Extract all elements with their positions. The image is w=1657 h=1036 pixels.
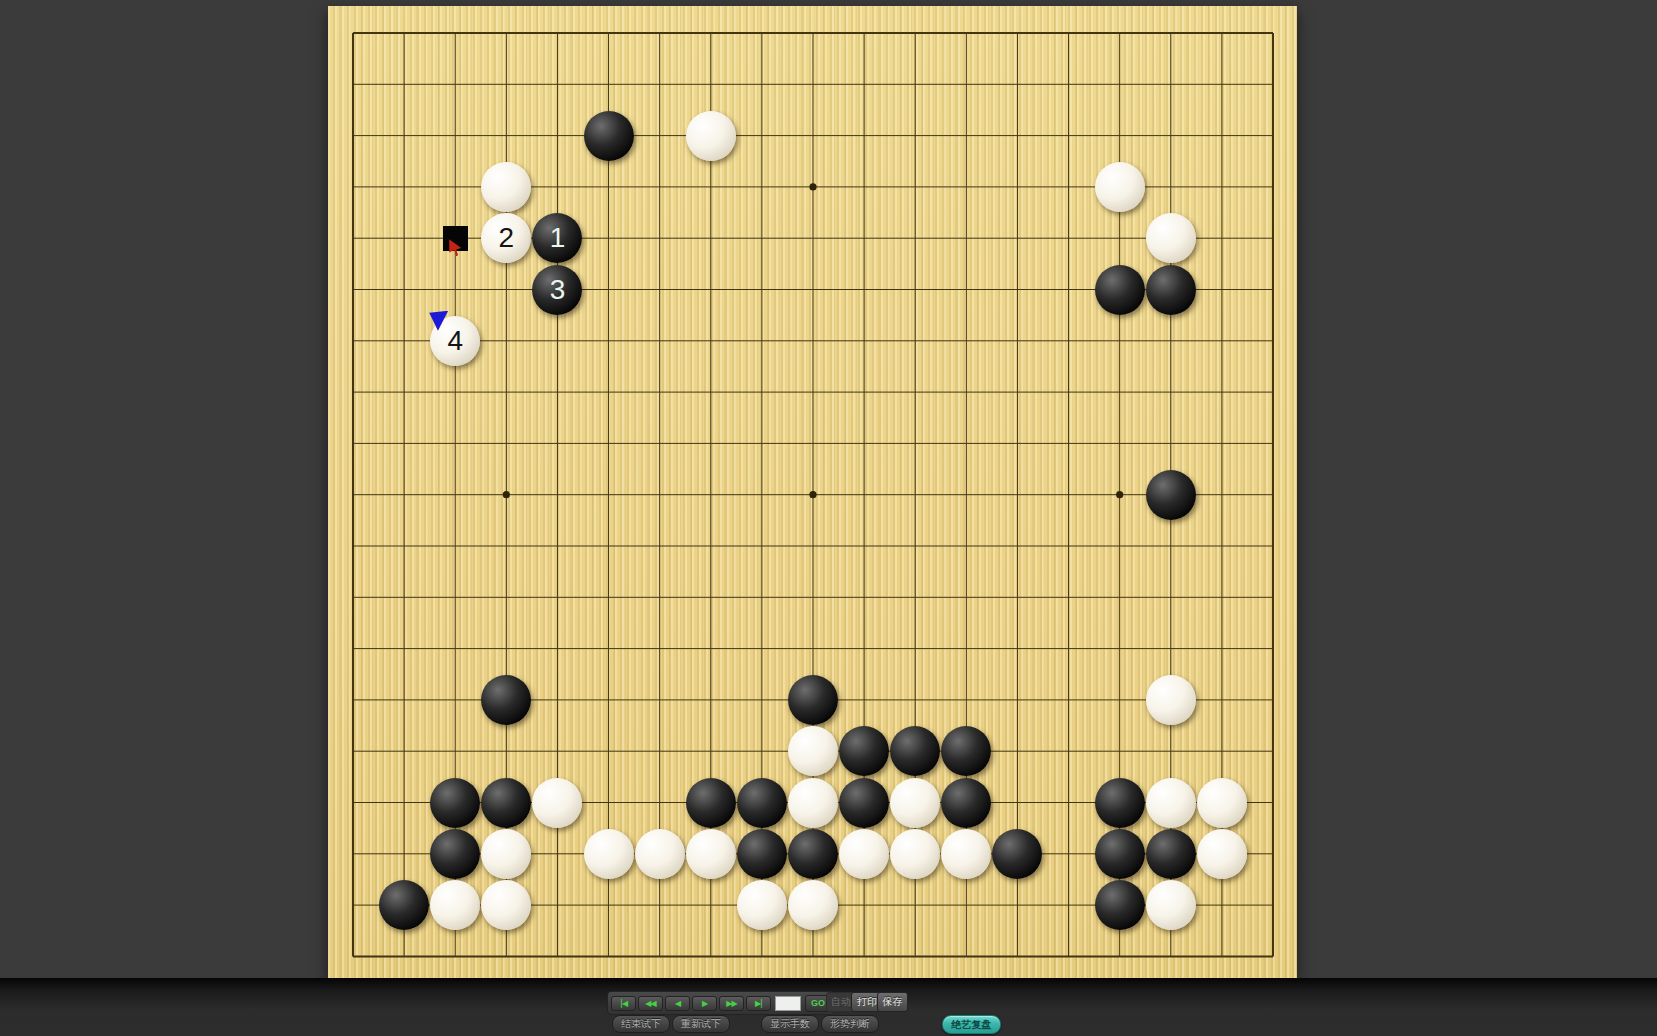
skip-to-end-button[interactable]: ▶| [746, 996, 771, 1011]
stone-white [1146, 675, 1196, 725]
stone-white [481, 162, 531, 212]
stone-white [686, 829, 736, 879]
star-point [503, 491, 510, 498]
fast-forward-button[interactable]: ▶▶ [719, 996, 744, 1011]
stone-white [686, 111, 736, 161]
step-forward-button[interactable]: ▶ [692, 996, 717, 1011]
stone-white [890, 778, 940, 828]
stone-white [635, 829, 685, 879]
playback-controls: |◀ ◀◀ ◀ ▶ ▶▶ ▶| GO [607, 991, 835, 1015]
go-board[interactable]: 1234 [328, 6, 1297, 978]
jueyi-review-button[interactable]: 绝艺复盘 [942, 1015, 1001, 1034]
stone-white [1146, 213, 1196, 263]
stone-black [992, 829, 1042, 879]
stone-white [1146, 880, 1196, 930]
stone-white [941, 829, 991, 879]
stone-black [686, 778, 736, 828]
stone-black [481, 675, 531, 725]
end-trial-button[interactable]: 结束试下 [612, 1015, 670, 1033]
stone-black [839, 778, 889, 828]
step-back-button[interactable]: ◀ [665, 996, 690, 1011]
stone-black [481, 778, 531, 828]
stone-black [1095, 265, 1145, 315]
stone-white [481, 829, 531, 879]
stone-black [1146, 829, 1196, 879]
stone-black [379, 880, 429, 930]
stone-white [890, 829, 940, 879]
stone-black [941, 778, 991, 828]
stone-black [839, 726, 889, 776]
skip-to-start-button[interactable]: |◀ [611, 996, 636, 1011]
stone-black [788, 675, 838, 725]
stone-white [737, 880, 787, 930]
stone-white [1197, 829, 1247, 879]
stone-black [584, 111, 634, 161]
stone-white [1146, 778, 1196, 828]
stone-black [532, 265, 582, 315]
stone-white [1197, 778, 1247, 828]
show-move-numbers-button[interactable]: 显示手数 [761, 1015, 819, 1033]
stone-black [430, 778, 480, 828]
stone-white [430, 880, 480, 930]
stone-white [839, 829, 889, 879]
stone-black [737, 829, 787, 879]
stone-black [788, 829, 838, 879]
position-judgment-button[interactable]: 形势判断 [821, 1015, 879, 1033]
star-point [809, 491, 816, 498]
stone-black [1095, 778, 1145, 828]
stone-white [532, 778, 582, 828]
app-background: { "game": "go", "board": { "size": 19, "… [0, 0, 1657, 1036]
stone-white [1095, 162, 1145, 212]
stone-white [788, 726, 838, 776]
fast-backward-button[interactable]: ◀◀ [638, 996, 663, 1011]
move-number-input[interactable] [775, 996, 801, 1011]
stone-black [1146, 470, 1196, 520]
retry-trial-button[interactable]: 重新试下 [672, 1015, 730, 1033]
save-button[interactable]: 保存 [877, 992, 908, 1012]
stone-black [430, 829, 480, 879]
stone-white [584, 829, 634, 879]
stone-black [737, 778, 787, 828]
star-point [809, 183, 816, 190]
stone-white [788, 778, 838, 828]
stone-black [1146, 265, 1196, 315]
stone-white [788, 880, 838, 930]
star-point [1116, 491, 1123, 498]
stone-black [1095, 829, 1145, 879]
stone-black [1095, 880, 1145, 930]
